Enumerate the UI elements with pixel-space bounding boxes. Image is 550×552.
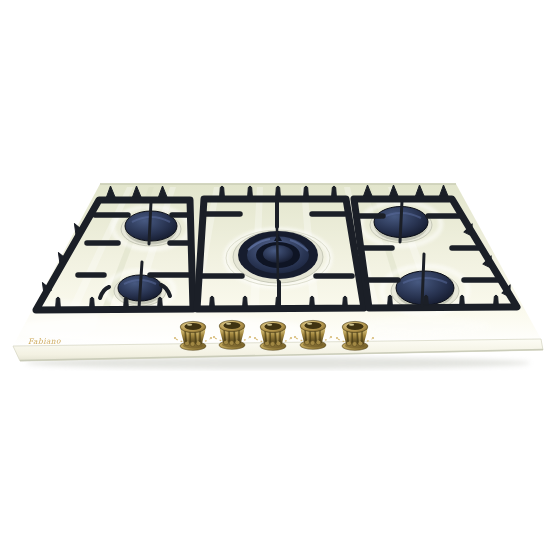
burner-knob-4 — [300, 320, 326, 349]
burner-knob-1 — [180, 321, 206, 350]
control-knobs — [174, 320, 374, 350]
burner-knob-3 — [260, 321, 286, 350]
brand-logo: Fabiano — [28, 337, 61, 346]
burner-knob-2 — [219, 320, 245, 349]
gas-hob-illustration: Fabiano — [0, 0, 550, 552]
burner-knob-5 — [342, 321, 368, 350]
product-photo-gas-hob: Fabiano — [0, 0, 550, 552]
